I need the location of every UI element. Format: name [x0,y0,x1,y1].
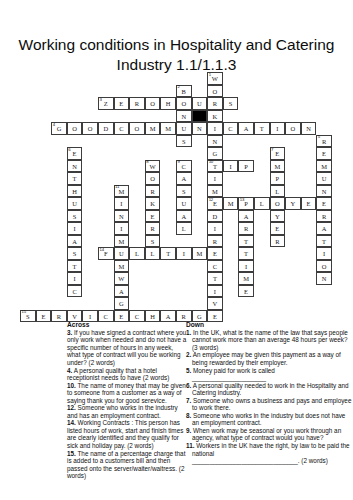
clue-across-14: 14. Working Contracts : This person has … [67,419,187,449]
clue-across-3: 3. If you have signed a contract where y… [67,329,187,367]
cell-letter: I [89,314,91,321]
cell-letter: D [103,126,108,133]
grid-cell: A [238,210,254,223]
clue-down-1: 1. In the UK, what is the name of the la… [186,329,352,352]
cell-number: 8 [146,160,148,165]
cell-letter: I [73,226,75,233]
cell-letter: E [41,314,45,321]
cell-letter: I [214,176,216,183]
clue-text: The name of money that may be given to s… [67,382,186,404]
grid-cell: U [176,197,192,210]
clue-number: 4. [67,367,72,374]
grid-cell: E [301,197,317,210]
grid-cell: U [114,247,130,260]
cell-letter: S [73,214,77,221]
clue-down-8: 8. Someone who works in the industry but… [186,412,352,427]
cell-letter: K [213,114,218,121]
clue-text: Someone who works in the industry but do… [192,412,345,427]
grid-cell: 6E [67,147,83,160]
cell-letter: I [276,126,278,133]
cell-letter: N [119,214,124,221]
cell-letter: E [73,151,77,158]
cell-letter: E [275,151,279,158]
clue-text: An employee may be given this payment as… [192,351,341,366]
grid-cell: R [238,222,254,235]
cell-letter: N [72,164,77,171]
cell-letter: K [150,201,155,208]
cell-letter: O [88,126,93,133]
clue-text: In the UK, what is the name of the law t… [192,329,348,351]
cell-letter: C [135,314,139,321]
grid-cell: E [316,197,332,210]
cell-letter: R [135,101,139,108]
grid-cell: 12E [207,197,223,210]
clue-text: A personal quality needed to work in the… [192,382,349,397]
cell-letter: U [197,101,202,108]
cell-letter: N [306,126,311,133]
cell-letter: R [322,139,326,146]
grid-cell: I [176,247,192,260]
cell-letter: V [72,314,77,321]
cell-number: 1 [209,73,211,78]
black-cell [192,110,208,123]
clue-number: 8. [186,412,191,419]
cell-number: 13 [240,198,244,203]
grid-cell: 11M [114,185,130,198]
cell-letter: O [322,264,327,271]
grid-cell: O [145,172,161,185]
cell-number: 15 [22,310,26,315]
cell-letter: I [120,226,122,233]
grid-cell: O [82,122,98,135]
cell-number: 11 [115,185,119,190]
cell-letter: R [244,226,248,233]
clue-number: 1. [186,329,191,336]
grid-cell: T [254,122,270,135]
grid-cell: O [316,260,332,273]
grid-cell: A [176,210,192,223]
clue-down-6: 6. A personal quality needed to work in … [186,382,352,397]
cell-number: 3 [99,98,101,103]
cell-letter: I [245,264,247,271]
clue-blank: _____________________ [192,374,352,382]
cell-letter: T [244,239,248,246]
clue-number: 14. [67,419,76,426]
grid-cell: L [145,247,161,260]
grid-cell: L [270,185,286,198]
crossword-grid: 1W2BO3ZEROHOURSNK4GOODCOMMUNICATIONSN5R6… [20,72,332,322]
grid-cell: I [207,172,223,185]
grid-cell: T [67,260,83,273]
grid-cell: 5R [316,135,332,148]
cell-letter: P [244,201,248,208]
grid-cell: C [114,122,130,135]
cell-letter: C [228,126,232,133]
cell-letter: M [274,164,280,171]
grid-cell: 9C [176,160,192,173]
cell-letter: O [72,126,77,133]
grid-cell: K [145,197,161,210]
cell-letter: E [119,314,123,321]
grid-cell: H [67,185,83,198]
cell-letter: W [149,164,155,171]
grid-cell: S [145,235,161,248]
grid-cell: L [254,197,270,210]
cell-letter: A [72,239,77,246]
grid-cell: N [114,210,130,223]
grid-cell: R [129,97,145,110]
grid-cell: H [160,97,176,110]
clue-text: Someone who owns a business and pays and… [192,397,351,412]
cell-letter: I [214,226,216,233]
cell-letter: O [181,101,186,108]
grid-cell: M [114,235,130,248]
clue-across-12: 12. Someone who works in the industry an… [67,404,187,419]
clue-number: 15. [67,450,76,457]
cell-letter: I [120,201,122,208]
cell-letter: N [213,139,218,146]
grid-cell: M [207,185,223,198]
cell-letter: N [322,189,327,196]
cell-letter: T [244,251,248,258]
grid-cell: I [207,122,223,135]
clue-number: 7. [186,397,191,404]
grid-cell: E [270,222,286,235]
grid-cell: I [316,247,332,260]
clue-across-15: 15. The name of a percentage charge that… [67,450,187,480]
cell-letter: E [151,214,155,221]
clue-text: If you have signed a contract where you … [67,329,186,366]
grid-cell: R [207,235,223,248]
grid-cell: R [145,185,161,198]
grid-cell: 1W [207,72,223,85]
cell-letter: M [118,264,124,271]
grid-cell: T [160,247,176,260]
cell-letter: G [197,314,202,321]
grid-cell: N [207,135,223,148]
grid-cell: I [207,222,223,235]
clue-number: 2. [186,351,191,358]
grid-cell: 8W [145,160,161,173]
grid-cell: S [67,247,83,260]
grid-cell: R [270,235,286,248]
cell-letter: M [196,251,202,258]
cell-letter: M [150,126,156,133]
clue-down-11: 11. Workers in the UK have the right, by… [186,442,352,465]
cell-number: 5 [318,135,320,140]
cell-letter: B [182,89,186,96]
grid-cell: I [114,222,130,235]
cell-letter: S [229,101,233,108]
grid-cell: D [98,122,114,135]
cell-letter: H [72,189,77,196]
grid-cell: T [238,235,254,248]
cell-letter: I [323,251,325,258]
down-heading: Down [186,321,352,329]
cell-letter: S [182,189,186,196]
cell-letter: Z [104,101,108,108]
cell-letter: E [213,251,217,258]
clue-text: When work may be seasonal or you work th… [192,427,341,442]
cell-letter: S [73,251,77,258]
cell-letter: E [244,289,248,296]
cell-number: 9 [177,160,179,165]
cell-letter: E [322,201,326,208]
grid-cell: W [114,272,130,285]
cell-letter: E [213,201,217,208]
grid-cell: A [67,235,83,248]
grid-cell: 7E [270,147,286,160]
grid-cell: I [67,272,83,285]
cell-letter: H [150,314,155,321]
grid-cell: E [36,310,52,323]
cell-letter: P [244,164,248,171]
cell-letter: I [183,251,185,258]
grid-cell: N [301,122,317,135]
grid-cell: U [67,197,83,210]
cell-letter: L [182,226,186,233]
grid-cell: E [114,97,130,110]
clue-across-4: 4. A personal quality that a hotel recep… [67,367,187,382]
cell-letter: C [119,126,123,133]
cell-letter: T [213,276,217,283]
cell-letter: N [181,114,186,121]
cell-letter: G [213,151,218,158]
clue-number: 11. [186,442,194,449]
across-heading: Across [67,321,187,329]
cell-letter: M [118,239,124,246]
cell-number: 10 [209,160,213,165]
cell-number: 6 [68,148,70,153]
cell-letter: F [104,251,108,258]
grid-cell: K [207,110,223,123]
cell-letter: A [119,289,124,296]
grid-cell: C [207,260,223,273]
cell-letter: T [260,126,264,133]
cell-letter: G [57,126,62,133]
cell-letter: C [213,264,217,271]
grid-cell: 15S [20,310,36,323]
cell-letter: A [166,314,171,321]
grid-cell: N [192,122,208,135]
clue-text: Workers in the UK have the right, by law… [192,442,350,457]
cell-letter: O [213,89,218,96]
clue-down-7: 7. Someone who owns a business and pays … [186,397,352,412]
grid-cell: O [207,85,223,98]
grid-cell: T [207,272,223,285]
clue-number: 12. [67,404,76,411]
cell-letter: G [119,301,124,308]
cell-letter: O [275,201,280,208]
cell-letter: L [135,251,139,258]
grid-cell: T [316,235,332,248]
grid-cell: S [67,210,83,223]
cell-letter: S [182,139,186,146]
cell-letter: O [135,126,140,133]
cell-letter: R [213,101,217,108]
grid-cell: O [285,122,301,135]
grid-cell: M [270,160,286,173]
cell-letter: N [322,276,327,283]
cell-number: 2 [177,85,179,90]
cell-letter: S [151,239,155,246]
cell-letter: A [244,214,249,221]
cell-letter: E [306,201,310,208]
cell-letter: L [260,201,264,208]
cell-letter: R [275,239,279,246]
grid-cell: E [145,210,161,223]
cell-letter: H [166,101,171,108]
cell-letter: R [213,239,217,246]
grid-cell: N [67,160,83,173]
cell-letter: R [57,314,61,321]
cell-letter: R [182,314,186,321]
grid-cell: P [238,160,254,173]
grid-cell: O [176,97,192,110]
grid-cell: 13P [238,197,254,210]
grid-cell: R [51,310,67,323]
cell-letter: U [119,251,124,258]
grid-cell: N [316,185,332,198]
cell-letter: W [118,276,124,283]
grid-cell: A [316,222,332,235]
grid-cell: V [207,297,223,310]
clue-down-2: 2. An employee may be given this payment… [186,351,352,366]
grid-cell: L [176,222,192,235]
grid-cell: M [316,160,332,173]
cell-letter: A [322,226,327,233]
cell-letter: A [181,176,186,183]
grid-cell: A [114,285,130,298]
cell-letter: P [275,176,279,183]
cell-letter: N [197,126,202,133]
grid-cell: Y [270,210,286,223]
grid-cell: G [114,297,130,310]
cell-letter: C [72,289,76,296]
cell-letter: E [275,226,279,233]
grid-cell: I [223,160,239,173]
cell-letter: M [165,126,171,133]
cell-letter: Y [275,214,280,221]
grid-cell: D [207,210,223,223]
grid-cell: O [129,122,145,135]
grid-cell: P [270,172,286,185]
cell-letter: T [166,251,170,258]
cell-letter: A [244,126,249,133]
clue-text: Someone who works in the industry and ha… [67,404,178,419]
cell-number: 7 [271,148,273,153]
cell-letter: M [118,189,124,196]
grid-cell: O [67,122,83,135]
cell-letter: O [291,126,296,133]
cell-letter: Y [291,201,296,208]
cell-letter: E [213,314,217,321]
cell-letter: T [73,176,77,183]
clue-across-10: 10. The name of money that may be given … [67,382,187,405]
clue-number: 10. [67,382,76,389]
grid-cell: A [238,122,254,135]
cell-letter: C [104,314,108,321]
cell-letter: M [212,189,218,196]
cell-letter: W [212,76,218,83]
cell-letter: I [214,126,216,133]
grid-cell: S [176,185,192,198]
cell-letter: T [73,264,77,271]
grid-cell: 10T [207,160,223,173]
grid-cell: A [176,172,192,185]
clue-text: A personal quality that a hotel receptio… [67,367,169,382]
grid-cell: 2B [176,85,192,98]
grid-cell: R [145,222,161,235]
grid-cell: O [145,97,161,110]
grid-cell: 4G [51,122,67,135]
grid-cell: S [176,135,192,148]
cell-letter: E [119,101,123,108]
grid-cell: G [207,147,223,160]
grid-cell: I [238,260,254,273]
clue-text: Working Contracts : This person has list… [67,419,183,449]
cell-letter: A [181,214,186,221]
grid-cell: E [316,147,332,160]
grid-cell: U [192,97,208,110]
grid-cell: N [316,272,332,285]
cell-letter: I [214,289,216,296]
cell-number: 4 [53,123,55,128]
cell-letter: U [181,126,186,133]
clue-text: Money paid for work is called [193,367,275,374]
cell-letter: I [229,164,231,171]
page-title: Working conditions in Hospitality and Ca… [0,35,353,74]
cell-letter: O [150,101,155,108]
grid-cell: I [270,122,286,135]
cell-letter: M [228,201,234,208]
grid-cell: M [223,197,239,210]
clue-text: The name of a percentage charge that is … [67,450,185,480]
clue-blank: ______________________________. (2 words… [192,457,352,465]
grid-cell: U [176,122,192,135]
cell-letter: T [322,239,326,246]
cell-letter: C [182,164,186,171]
grid-cell: 14F [98,247,114,260]
grid-cell: E [238,285,254,298]
grid-cell: I [114,197,130,210]
cell-letter: M [321,164,327,171]
grid-cell: E [207,247,223,260]
grid-cell: T [67,172,83,185]
clue-down-9: 9. When work may be seasonal or you work… [186,427,352,442]
cell-letter: V [213,301,218,308]
grid-cell: R [316,210,332,223]
grid-cell: S [223,97,239,110]
cell-letter: T [213,164,217,171]
cell-letter: M [243,276,249,283]
across-clues: Across 3. If you have signed a contract … [67,321,187,480]
grid-cell: R [207,97,223,110]
grid-cell: Y [285,197,301,210]
cell-number: 12 [209,198,213,203]
clue-number: 6. [186,382,191,389]
cell-letter: U [181,201,186,208]
grid-cell: M [114,260,130,273]
cell-letter: R [322,214,326,221]
grid-cell: M [192,247,208,260]
cell-letter: R [150,226,154,233]
grid-cell: 3Z [98,97,114,110]
clue-number: 9. [186,427,191,434]
grid-cell: L [129,247,145,260]
cell-letter: S [26,314,30,321]
down-clues: Down 1. In the UK, what is the name of t… [186,321,352,465]
